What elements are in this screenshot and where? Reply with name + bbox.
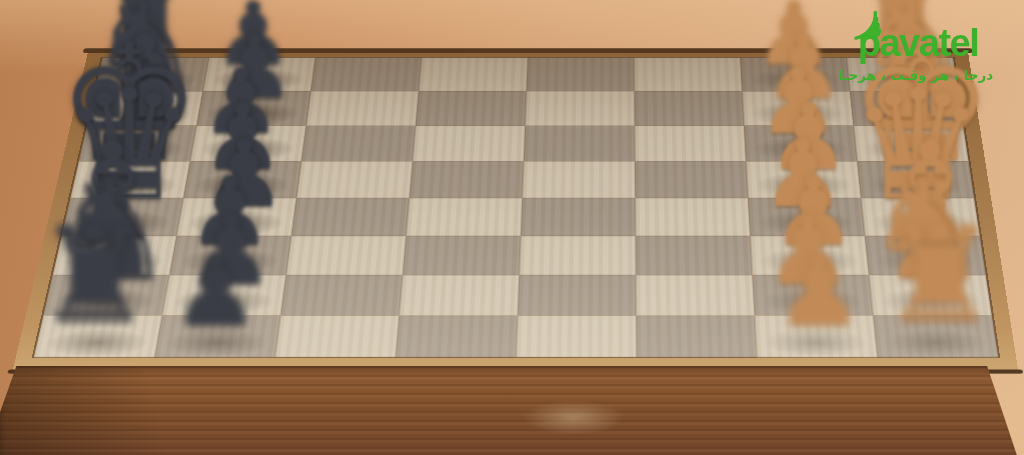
square-h5[interactable] <box>419 58 528 92</box>
square-b4[interactable] <box>518 275 637 315</box>
box-front <box>0 366 1024 455</box>
square-d6[interactable] <box>291 198 409 236</box>
piece-white-rook[interactable]: ♜ <box>881 214 998 338</box>
square-h4[interactable] <box>526 58 634 92</box>
square-a3[interactable] <box>636 315 757 357</box>
square-e6[interactable] <box>296 161 412 198</box>
logo-tagline: درجا ، هر وقـت ، هرجـا <box>828 67 1004 83</box>
square-a2[interactable]: ♟ <box>755 315 878 357</box>
wifi-signal-icon <box>843 4 887 43</box>
square-c4[interactable] <box>519 236 636 275</box>
square-g3[interactable] <box>634 91 744 126</box>
pavatel-logo: pavatel درجا ، هر وقـت ، هرجـا <box>828 24 1004 83</box>
square-e3[interactable] <box>635 161 748 198</box>
square-h6[interactable] <box>311 58 422 92</box>
piece-black-pawn[interactable]: ♟ <box>172 246 259 338</box>
square-a8[interactable]: ♜ <box>34 315 162 357</box>
square-f5[interactable] <box>413 126 526 162</box>
chess-board-box: ♜♟♟♜♞♟♟♞♝♟♟♝♚♟♟♚♛♟♟♛♝♟♟♝♞♟♟♞♜♟♟♜ <box>12 52 1018 372</box>
square-b5[interactable] <box>399 275 519 315</box>
square-f6[interactable] <box>301 126 415 162</box>
square-a1[interactable]: ♜ <box>873 315 998 357</box>
square-g6[interactable] <box>306 91 418 126</box>
square-a5[interactable] <box>395 315 517 357</box>
square-b3[interactable] <box>636 275 755 315</box>
square-f4[interactable] <box>524 126 635 162</box>
square-d3[interactable] <box>635 198 750 236</box>
square-a6[interactable] <box>275 315 399 357</box>
square-a4[interactable] <box>516 315 636 357</box>
square-g5[interactable] <box>416 91 527 126</box>
square-h3[interactable] <box>634 58 742 92</box>
square-e4[interactable] <box>522 161 635 198</box>
square-d4[interactable] <box>521 198 636 236</box>
photo-scene: ♜♟♟♜♞♟♟♞♝♟♟♝♚♟♟♚♛♟♟♛♝♟♟♝♞♟♟♞♜♟♟♜ pavatel… <box>0 0 1024 455</box>
piece-black-rook[interactable]: ♜ <box>36 214 153 338</box>
square-c5[interactable] <box>403 236 521 275</box>
square-c6[interactable] <box>286 236 406 275</box>
square-c3[interactable] <box>635 236 752 275</box>
square-e5[interactable] <box>409 161 523 198</box>
piece-white-pawn[interactable]: ♟ <box>776 246 863 338</box>
square-f3[interactable] <box>635 126 746 162</box>
square-a7[interactable]: ♟ <box>155 315 281 357</box>
square-g4[interactable] <box>525 91 634 126</box>
chess-board: ♜♟♟♜♞♟♟♞♝♟♟♝♚♟♟♚♛♟♟♛♝♟♟♝♞♟♟♞♜♟♟♜ <box>34 58 998 358</box>
square-b6[interactable] <box>281 275 403 315</box>
square-d5[interactable] <box>406 198 522 236</box>
